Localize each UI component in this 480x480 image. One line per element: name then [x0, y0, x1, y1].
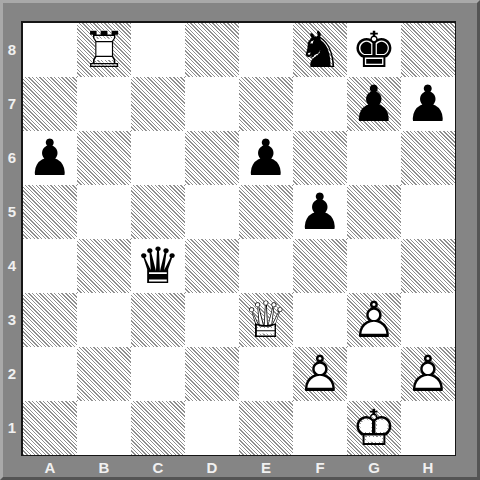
black-piece-glyph: ♛ [131, 239, 185, 293]
square-h7[interactable]: ♟ [401, 77, 455, 131]
square-b4[interactable] [77, 239, 131, 293]
white-piece-outline-layer: ♔ [347, 401, 401, 455]
square-e6[interactable]: ♟ [239, 131, 293, 185]
black-piece-glyph: ♟ [401, 77, 455, 131]
black-piece-glyph: ♞ [293, 23, 347, 77]
square-a6[interactable]: ♟ [23, 131, 77, 185]
black-pawn-piece[interactable]: ♟ [401, 77, 455, 131]
file-label-f: F [293, 456, 347, 480]
black-piece-glyph: ♟ [293, 185, 347, 239]
square-g8[interactable]: ♚ [347, 23, 401, 77]
square-c6[interactable] [131, 131, 185, 185]
square-h6[interactable] [401, 131, 455, 185]
square-b5[interactable] [77, 185, 131, 239]
square-e5[interactable] [239, 185, 293, 239]
square-f8[interactable]: ♞ [293, 23, 347, 77]
square-h3[interactable] [401, 293, 455, 347]
square-b1[interactable] [77, 401, 131, 455]
square-g1[interactable]: ♚♔ [347, 401, 401, 455]
square-b3[interactable] [77, 293, 131, 347]
square-g7[interactable]: ♟ [347, 77, 401, 131]
black-piece-glyph: ♟ [347, 77, 401, 131]
square-a5[interactable] [23, 185, 77, 239]
rank-label-1: 1 [3, 401, 21, 455]
square-e1[interactable] [239, 401, 293, 455]
square-d5[interactable] [185, 185, 239, 239]
square-e7[interactable] [239, 77, 293, 131]
rank-labels: 87654321 [3, 23, 21, 455]
black-piece-glyph: ♚ [347, 23, 401, 77]
rank-label-6: 6 [3, 131, 21, 185]
square-g6[interactable] [347, 131, 401, 185]
board: ♜♖♞♚♟♟♟♟♟♛♛♕♟♙♟♙♟♙♚♔ [21, 21, 456, 456]
rank-label-7: 7 [3, 77, 21, 131]
white-piece-outline-layer: ♕ [239, 293, 293, 347]
white-pawn-piece[interactable]: ♟♙ [401, 347, 455, 401]
square-g5[interactable] [347, 185, 401, 239]
square-b7[interactable] [77, 77, 131, 131]
square-c5[interactable] [131, 185, 185, 239]
square-a4[interactable] [23, 239, 77, 293]
white-queen-piece[interactable]: ♛♕ [239, 293, 293, 347]
file-label-a: A [23, 456, 77, 480]
square-b6[interactable] [77, 131, 131, 185]
square-e3[interactable]: ♛♕ [239, 293, 293, 347]
black-pawn-piece[interactable]: ♟ [293, 185, 347, 239]
black-knight-piece[interactable]: ♞ [293, 23, 347, 77]
square-b2[interactable] [77, 347, 131, 401]
white-piece-outline-layer: ♙ [347, 293, 401, 347]
white-piece-outline-layer: ♖ [77, 23, 131, 77]
square-g3[interactable]: ♟♙ [347, 293, 401, 347]
square-e4[interactable] [239, 239, 293, 293]
square-h5[interactable] [401, 185, 455, 239]
black-king-piece[interactable]: ♚ [347, 23, 401, 77]
square-f3[interactable] [293, 293, 347, 347]
square-a8[interactable] [23, 23, 77, 77]
file-label-h: H [401, 456, 455, 480]
black-pawn-piece[interactable]: ♟ [23, 131, 77, 185]
square-d1[interactable] [185, 401, 239, 455]
square-a1[interactable] [23, 401, 77, 455]
black-piece-glyph: ♟ [23, 131, 77, 185]
square-f2[interactable]: ♟♙ [293, 347, 347, 401]
square-c4[interactable]: ♛ [131, 239, 185, 293]
file-labels: ABCDEFGH [23, 456, 455, 480]
file-label-c: C [131, 456, 185, 480]
square-d8[interactable] [185, 23, 239, 77]
square-d6[interactable] [185, 131, 239, 185]
board-frame: ♜♖♞♚♟♟♟♟♟♛♛♕♟♙♟♙♟♙♚♔ ABCDEFGH 87654321 [0, 0, 480, 480]
rank-label-5: 5 [3, 185, 21, 239]
square-d3[interactable] [185, 293, 239, 347]
square-f7[interactable] [293, 77, 347, 131]
square-c1[interactable] [131, 401, 185, 455]
square-a3[interactable] [23, 293, 77, 347]
file-label-b: B [77, 456, 131, 480]
white-rook-piece[interactable]: ♜♖ [77, 23, 131, 77]
rank-label-4: 4 [3, 239, 21, 293]
rank-label-8: 8 [3, 23, 21, 77]
square-d2[interactable] [185, 347, 239, 401]
file-label-d: D [185, 456, 239, 480]
white-pawn-piece[interactable]: ♟♙ [347, 293, 401, 347]
square-h8[interactable] [401, 23, 455, 77]
square-c2[interactable] [131, 347, 185, 401]
black-pawn-piece[interactable]: ♟ [347, 77, 401, 131]
black-queen-piece[interactable]: ♛ [131, 239, 185, 293]
square-c7[interactable] [131, 77, 185, 131]
square-d7[interactable] [185, 77, 239, 131]
square-g2[interactable] [347, 347, 401, 401]
square-f6[interactable] [293, 131, 347, 185]
square-d4[interactable] [185, 239, 239, 293]
square-h4[interactable] [401, 239, 455, 293]
square-e2[interactable] [239, 347, 293, 401]
square-a7[interactable] [23, 77, 77, 131]
white-piece-outline-layer: ♙ [293, 347, 347, 401]
rank-label-3: 3 [3, 293, 21, 347]
black-piece-glyph: ♟ [239, 131, 293, 185]
square-f5[interactable]: ♟ [293, 185, 347, 239]
white-pawn-piece[interactable]: ♟♙ [293, 347, 347, 401]
rank-label-2: 2 [3, 347, 21, 401]
file-label-e: E [239, 456, 293, 480]
file-label-g: G [347, 456, 401, 480]
square-f1[interactable] [293, 401, 347, 455]
square-b8[interactable]: ♜♖ [77, 23, 131, 77]
white-piece-outline-layer: ♙ [401, 347, 455, 401]
square-g4[interactable] [347, 239, 401, 293]
black-pawn-piece[interactable]: ♟ [239, 131, 293, 185]
square-c3[interactable] [131, 293, 185, 347]
square-h1[interactable] [401, 401, 455, 455]
square-a2[interactable] [23, 347, 77, 401]
square-h2[interactable]: ♟♙ [401, 347, 455, 401]
white-king-piece[interactable]: ♚♔ [347, 401, 401, 455]
square-c8[interactable] [131, 23, 185, 77]
square-f4[interactable] [293, 239, 347, 293]
square-e8[interactable] [239, 23, 293, 77]
